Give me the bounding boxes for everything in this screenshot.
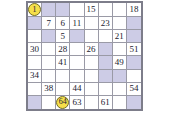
grid-cell-empty[interactable] (70, 30, 84, 43)
grid-cell-empty[interactable] (127, 56, 141, 69)
grid-cell-given[interactable]: 5 (56, 30, 70, 43)
given-number: 11 (73, 19, 82, 28)
grid-cell-empty[interactable] (56, 83, 70, 96)
given-number: 6 (61, 19, 66, 28)
grid-cell-empty[interactable] (28, 56, 42, 69)
grid-cell-empty[interactable] (28, 83, 42, 96)
given-number: 7 (46, 19, 51, 28)
grid-cell-given[interactable]: 18 (127, 3, 141, 17)
given-number: 63 (72, 98, 81, 107)
given-number: 18 (129, 5, 138, 14)
grid-cell-empty[interactable] (113, 96, 127, 109)
grid-cell-given[interactable]: 44 (70, 83, 84, 96)
grid-cell-given[interactable]: 30 (28, 43, 42, 56)
grid-cell-empty[interactable] (42, 96, 56, 109)
grid-cell-empty[interactable] (99, 83, 113, 96)
grid-cell-empty[interactable] (85, 30, 99, 43)
given-number: 23 (101, 19, 110, 28)
grid-cell-empty[interactable] (113, 83, 127, 96)
given-number: 38 (44, 84, 53, 93)
grid-cell-given[interactable]: 64 (56, 96, 70, 109)
grid-cell-empty[interactable] (42, 56, 56, 69)
grid-cell-empty[interactable] (85, 96, 99, 109)
given-number: 26 (87, 45, 96, 54)
grid-cell-empty[interactable] (99, 56, 113, 69)
grid-cell-empty[interactable] (127, 70, 141, 83)
given-number: 54 (129, 84, 138, 93)
grid-cell-empty[interactable] (127, 96, 141, 109)
given-number: 44 (72, 84, 81, 93)
circled-endpoint-number: 64 (56, 96, 69, 109)
hidato-puzzle-page: 1151876112352130282651414934384454646361 (0, 0, 170, 113)
given-number: 30 (30, 45, 39, 54)
grid-cell-empty[interactable] (56, 70, 70, 83)
grid-cell-given[interactable]: 63 (70, 96, 84, 109)
given-number: 49 (115, 58, 124, 67)
grid-cell-empty[interactable] (56, 3, 70, 17)
grid-cell-empty[interactable] (42, 70, 56, 83)
grid-cell-given[interactable]: 41 (56, 56, 70, 69)
grid-cell-given[interactable]: 28 (56, 43, 70, 56)
grid-cell-empty[interactable] (99, 43, 113, 56)
grid-cell-given[interactable]: 26 (85, 43, 99, 56)
grid-cell-empty[interactable] (42, 30, 56, 43)
grid-cell-empty[interactable] (113, 43, 127, 56)
grid-cell-empty[interactable] (28, 96, 42, 109)
grid-cell-empty[interactable] (42, 43, 56, 56)
grid-cell-empty[interactable] (113, 3, 127, 17)
grid-cell-empty[interactable] (85, 83, 99, 96)
grid-cell-given[interactable]: 38 (42, 83, 56, 96)
grid-cell-empty[interactable] (113, 17, 127, 30)
grid-cell-given[interactable]: 49 (113, 56, 127, 69)
grid-cell-given[interactable]: 23 (99, 17, 113, 30)
grid-cell-empty[interactable] (70, 56, 84, 69)
grid-cell-empty[interactable] (85, 17, 99, 30)
grid-cell-empty[interactable] (28, 30, 42, 43)
grid-cell-given[interactable]: 7 (42, 17, 56, 30)
grid-cell-given[interactable]: 15 (85, 3, 99, 17)
grid-cell-given[interactable]: 21 (113, 30, 127, 43)
given-number: 61 (101, 98, 110, 107)
grid-cell-given[interactable]: 34 (28, 70, 42, 83)
grid-cell-given[interactable]: 54 (127, 83, 141, 96)
given-number: 34 (30, 71, 39, 80)
grid-cell-given[interactable]: 11 (70, 17, 84, 30)
given-number: 15 (87, 5, 96, 14)
grid-cell-empty[interactable] (28, 17, 42, 30)
grid-cell-empty[interactable] (70, 3, 84, 17)
grid-cell-empty[interactable] (127, 30, 141, 43)
grid-cell-empty[interactable] (99, 30, 113, 43)
given-number: 21 (115, 32, 124, 41)
grid-cell-empty[interactable] (127, 17, 141, 30)
grid-cell-empty[interactable] (99, 3, 113, 17)
grid-cell-empty[interactable] (70, 70, 84, 83)
given-number: 51 (129, 45, 138, 54)
grid-cell-given[interactable]: 6 (56, 17, 70, 30)
grid-cell-given[interactable]: 1 (28, 3, 42, 17)
grid-cell-empty[interactable] (113, 70, 127, 83)
puzzle-grid: 1151876112352130282651414934384454646361 (26, 1, 143, 111)
grid-cell-empty[interactable] (85, 70, 99, 83)
given-number: 28 (58, 45, 67, 54)
given-number: 5 (61, 32, 66, 41)
grid-cell-empty[interactable] (85, 56, 99, 69)
circled-endpoint-number: 1 (28, 3, 41, 16)
grid-cell-empty[interactable] (42, 3, 56, 17)
given-number: 41 (58, 58, 67, 67)
grid-cell-empty[interactable] (99, 70, 113, 83)
grid-cell-given[interactable]: 61 (99, 96, 113, 109)
grid-cell-given[interactable]: 51 (127, 43, 141, 56)
grid-cell-empty[interactable] (70, 43, 84, 56)
